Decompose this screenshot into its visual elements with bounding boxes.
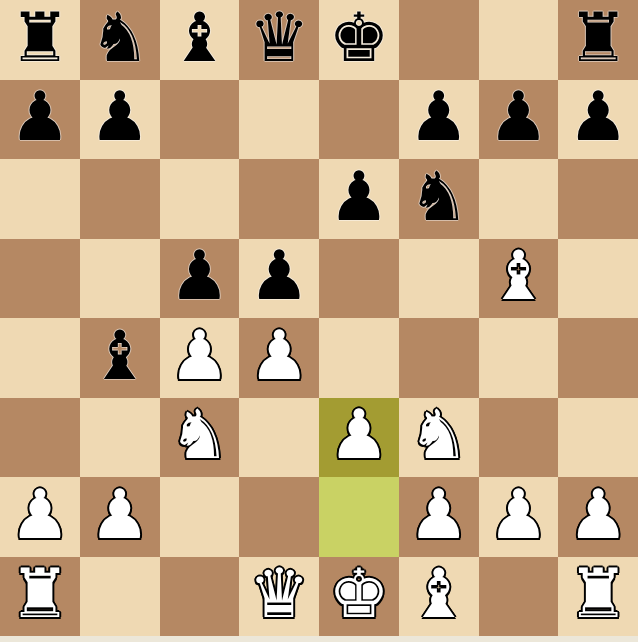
piece-black-pawn: ♟	[328, 163, 389, 231]
square-a3[interactable]	[0, 398, 80, 478]
square-e7[interactable]	[319, 80, 399, 160]
square-h2[interactable]: ♟	[558, 477, 638, 557]
square-a7[interactable]: ♟	[0, 80, 80, 160]
square-d8[interactable]: ♛	[239, 0, 319, 80]
square-c7[interactable]	[160, 80, 240, 160]
piece-white-rook: ♜	[9, 560, 70, 628]
piece-black-pawn: ♟	[169, 242, 230, 310]
piece-black-knight: ♞	[89, 4, 150, 72]
piece-black-pawn: ♟	[568, 83, 629, 151]
square-d3[interactable]	[239, 398, 319, 478]
square-h6[interactable]	[558, 159, 638, 239]
square-b4[interactable]: ♝	[80, 318, 160, 398]
piece-black-pawn: ♟	[408, 83, 469, 151]
square-a1[interactable]: ♜	[0, 557, 80, 637]
piece-white-pawn: ♟	[89, 481, 150, 549]
square-c8[interactable]: ♝	[160, 0, 240, 80]
square-b7[interactable]: ♟	[80, 80, 160, 160]
square-b1[interactable]	[80, 557, 160, 637]
chess-board: ♜♞♝♛♚♜♟♟♟♟♟♟♞♟♟♝♝♟♟♞♟♞♟♟♟♟♟♜♛♚♝♜	[0, 0, 638, 636]
piece-white-pawn: ♟	[249, 322, 310, 390]
square-b8[interactable]: ♞	[80, 0, 160, 80]
square-e5[interactable]	[319, 239, 399, 319]
square-g2[interactable]: ♟	[479, 477, 559, 557]
piece-white-knight: ♞	[408, 401, 469, 469]
square-b6[interactable]	[80, 159, 160, 239]
board-bottom-strip	[0, 636, 638, 642]
piece-black-pawn: ♟	[249, 242, 310, 310]
square-g8[interactable]	[479, 0, 559, 80]
square-f8[interactable]	[399, 0, 479, 80]
square-d6[interactable]	[239, 159, 319, 239]
piece-white-pawn: ♟	[169, 322, 230, 390]
piece-black-rook: ♜	[568, 4, 629, 72]
square-e4[interactable]	[319, 318, 399, 398]
piece-black-rook: ♜	[9, 4, 70, 72]
square-h8[interactable]: ♜	[558, 0, 638, 80]
square-d5[interactable]: ♟	[239, 239, 319, 319]
square-g7[interactable]: ♟	[479, 80, 559, 160]
square-a4[interactable]	[0, 318, 80, 398]
square-b2[interactable]: ♟	[80, 477, 160, 557]
square-h1[interactable]: ♜	[558, 557, 638, 637]
square-g6[interactable]	[479, 159, 559, 239]
piece-black-queen: ♛	[249, 4, 310, 72]
square-g5[interactable]: ♝	[479, 239, 559, 319]
piece-white-pawn: ♟	[568, 481, 629, 549]
square-f3[interactable]: ♞	[399, 398, 479, 478]
square-c2[interactable]	[160, 477, 240, 557]
square-e3[interactable]: ♟	[319, 398, 399, 478]
square-d2[interactable]	[239, 477, 319, 557]
piece-black-pawn: ♟	[488, 83, 549, 151]
chess-board-container: ♜♞♝♛♚♜♟♟♟♟♟♟♞♟♟♝♝♟♟♞♟♞♟♟♟♟♟♜♛♚♝♜	[0, 0, 638, 642]
square-f2[interactable]: ♟	[399, 477, 479, 557]
square-c5[interactable]: ♟	[160, 239, 240, 319]
piece-white-pawn: ♟	[328, 401, 389, 469]
square-e1[interactable]: ♚	[319, 557, 399, 637]
piece-white-rook: ♜	[568, 560, 629, 628]
square-b3[interactable]	[80, 398, 160, 478]
piece-white-pawn: ♟	[488, 481, 549, 549]
square-g3[interactable]	[479, 398, 559, 478]
square-f5[interactable]	[399, 239, 479, 319]
square-c6[interactable]	[160, 159, 240, 239]
square-a2[interactable]: ♟	[0, 477, 80, 557]
square-e6[interactable]: ♟	[319, 159, 399, 239]
square-c1[interactable]	[160, 557, 240, 637]
piece-black-bishop: ♝	[89, 322, 150, 390]
piece-white-king: ♚	[328, 560, 389, 628]
square-f7[interactable]: ♟	[399, 80, 479, 160]
square-e8[interactable]: ♚	[319, 0, 399, 80]
square-d7[interactable]	[239, 80, 319, 160]
square-h7[interactable]: ♟	[558, 80, 638, 160]
square-f1[interactable]: ♝	[399, 557, 479, 637]
square-a5[interactable]	[0, 239, 80, 319]
piece-white-bishop: ♝	[408, 560, 469, 628]
square-d1[interactable]: ♛	[239, 557, 319, 637]
square-c4[interactable]: ♟	[160, 318, 240, 398]
piece-black-bishop: ♝	[169, 4, 230, 72]
piece-white-queen: ♛	[249, 560, 310, 628]
square-e2[interactable]	[319, 477, 399, 557]
piece-white-bishop: ♝	[488, 242, 549, 310]
piece-black-pawn: ♟	[89, 83, 150, 151]
piece-black-pawn: ♟	[9, 83, 70, 151]
square-g1[interactable]	[479, 557, 559, 637]
piece-white-knight: ♞	[169, 401, 230, 469]
piece-black-knight: ♞	[408, 163, 469, 231]
square-h3[interactable]	[558, 398, 638, 478]
piece-white-pawn: ♟	[408, 481, 469, 549]
square-f6[interactable]: ♞	[399, 159, 479, 239]
square-h5[interactable]	[558, 239, 638, 319]
square-a8[interactable]: ♜	[0, 0, 80, 80]
square-f4[interactable]	[399, 318, 479, 398]
square-g4[interactable]	[479, 318, 559, 398]
square-d4[interactable]: ♟	[239, 318, 319, 398]
piece-black-king: ♚	[328, 4, 389, 72]
square-a6[interactable]	[0, 159, 80, 239]
square-h4[interactable]	[558, 318, 638, 398]
piece-white-pawn: ♟	[9, 481, 70, 549]
square-b5[interactable]	[80, 239, 160, 319]
square-c3[interactable]: ♞	[160, 398, 240, 478]
